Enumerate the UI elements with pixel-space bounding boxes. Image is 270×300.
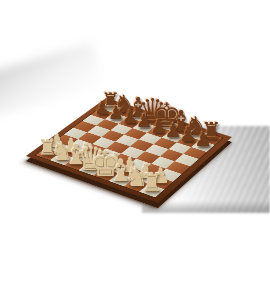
product-photo: ♜♞♟♝♟♛♟♚♟♝♟♞♟♜♟♟♟♟♜♟♞♟♝♟♛♟♚♟♝♟♞♜ bbox=[0, 0, 270, 300]
